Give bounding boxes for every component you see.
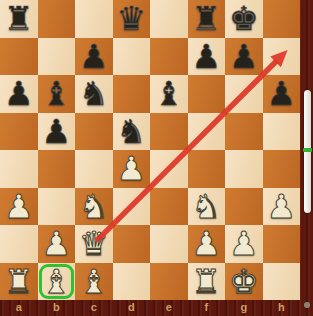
square-g1[interactable]: ♚ [225,263,263,301]
square-a6[interactable]: ♟ [0,75,38,113]
square-f1[interactable]: ♜ [188,263,226,301]
piece-white-pawn-f2[interactable]: ♟ [191,225,221,262]
square-d7[interactable] [113,38,151,76]
square-g8[interactable]: ♚ [225,0,263,38]
piece-white-rook-f1[interactable]: ♜ [191,263,221,300]
square-a8[interactable]: ♜ [0,0,38,38]
square-c3[interactable]: ♞ [75,188,113,226]
square-h4[interactable] [263,150,301,188]
square-a7[interactable] [0,38,38,76]
square-c2[interactable]: ♛ [75,225,113,263]
square-f5[interactable] [188,113,226,151]
piece-white-pawn-h3[interactable]: ♟ [266,188,296,225]
piece-white-pawn-a3[interactable]: ♟ [4,188,34,225]
square-b7[interactable] [38,38,76,76]
piece-black-pawn-h6[interactable]: ♟ [266,75,296,112]
square-b5[interactable]: ♟ [38,113,76,151]
square-e3[interactable] [150,188,188,226]
square-a4[interactable] [0,150,38,188]
file-label-e: e [150,300,188,316]
square-g2[interactable]: ♟ [225,225,263,263]
square-b8[interactable] [38,0,76,38]
piece-white-pawn-b2[interactable]: ♟ [41,225,71,262]
square-e2[interactable] [150,225,188,263]
square-b4[interactable] [38,150,76,188]
square-b2[interactable]: ♟ [38,225,76,263]
square-h7[interactable] [263,38,301,76]
piece-black-rook-a8[interactable]: ♜ [4,0,34,37]
piece-white-rook-a1[interactable]: ♜ [4,263,34,300]
square-g3[interactable] [225,188,263,226]
square-b1[interactable]: ♝ [38,263,76,301]
piece-black-bishop-e6[interactable]: ♝ [154,75,184,112]
chess-board[interactable]: ♜♛♜♚♟♟♟♟♝♞♝♟♟♞♟♟♞♞♟♟♛♟♟♜♝♝♜♚ [0,0,300,300]
square-d1[interactable] [113,263,151,301]
square-h6[interactable]: ♟ [263,75,301,113]
square-a2[interactable] [0,225,38,263]
piece-black-pawn-b5[interactable]: ♟ [41,113,71,150]
file-label-d: d [113,300,151,316]
square-c5[interactable] [75,113,113,151]
square-f2[interactable]: ♟ [188,225,226,263]
piece-white-queen-c2[interactable]: ♛ [79,225,109,262]
square-g5[interactable] [225,113,263,151]
piece-white-knight-c3[interactable]: ♞ [79,188,109,225]
square-f4[interactable] [188,150,226,188]
square-b6[interactable]: ♝ [38,75,76,113]
piece-white-pawn-g2[interactable]: ♟ [229,225,259,262]
square-g4[interactable] [225,150,263,188]
square-f7[interactable]: ♟ [188,38,226,76]
piece-white-bishop-c1[interactable]: ♝ [79,263,109,300]
square-d2[interactable] [113,225,151,263]
square-a1[interactable]: ♜ [0,263,38,301]
file-label-b: b [38,300,76,316]
file-label-c: c [75,300,113,316]
square-c7[interactable]: ♟ [75,38,113,76]
file-label-f: f [188,300,226,316]
piece-black-pawn-f7[interactable]: ♟ [191,38,221,75]
piece-white-knight-f3[interactable]: ♞ [191,188,221,225]
square-f6[interactable] [188,75,226,113]
piece-black-king-g8[interactable]: ♚ [229,0,259,37]
square-c6[interactable]: ♞ [75,75,113,113]
piece-black-knight-c6[interactable]: ♞ [79,75,109,112]
square-h2[interactable] [263,225,301,263]
square-f8[interactable]: ♜ [188,0,226,38]
piece-white-pawn-d4[interactable]: ♟ [116,150,146,187]
piece-white-bishop-b1[interactable]: ♝ [41,263,71,300]
square-d5[interactable]: ♞ [113,113,151,151]
piece-black-bishop-b6[interactable]: ♝ [41,75,71,112]
chess-app-window: ♜♛♜♚♟♟♟♟♝♞♝♟♟♞♟♟♞♞♟♟♛♟♟♜♝♝♜♚ a b c d e f… [0,0,313,316]
piece-white-king-g1[interactable]: ♚ [229,263,259,300]
scrollbar-green-marker [303,148,312,152]
piece-black-pawn-g7[interactable]: ♟ [229,38,259,75]
file-label-g: g [225,300,263,316]
square-d8[interactable]: ♛ [113,0,151,38]
square-e7[interactable] [150,38,188,76]
piece-black-queen-d8[interactable]: ♛ [116,0,146,37]
square-e5[interactable] [150,113,188,151]
file-labels: a b c d e f g h [0,300,300,316]
square-d4[interactable]: ♟ [113,150,151,188]
file-label-a: a [0,300,38,316]
square-e8[interactable] [150,0,188,38]
square-c8[interactable] [75,0,113,38]
square-h1[interactable] [263,263,301,301]
file-label-h: h [263,300,301,316]
square-h8[interactable] [263,0,301,38]
square-e4[interactable] [150,150,188,188]
piece-black-knight-d5[interactable]: ♞ [116,113,146,150]
square-a5[interactable] [0,113,38,151]
piece-black-pawn-c7[interactable]: ♟ [79,38,109,75]
square-c4[interactable] [75,150,113,188]
square-f3[interactable]: ♞ [188,188,226,226]
square-d6[interactable] [113,75,151,113]
square-h3[interactable]: ♟ [263,188,301,226]
square-g7[interactable]: ♟ [225,38,263,76]
square-g6[interactable] [225,75,263,113]
square-h5[interactable] [263,113,301,151]
square-c1[interactable]: ♝ [75,263,113,301]
square-e6[interactable]: ♝ [150,75,188,113]
square-d3[interactable] [113,188,151,226]
piece-black-pawn-a6[interactable]: ♟ [4,75,34,112]
piece-black-rook-f8[interactable]: ♜ [191,0,221,37]
square-e1[interactable] [150,263,188,301]
square-b3[interactable] [38,188,76,226]
corner-dot [304,302,310,308]
square-a3[interactable]: ♟ [0,188,38,226]
